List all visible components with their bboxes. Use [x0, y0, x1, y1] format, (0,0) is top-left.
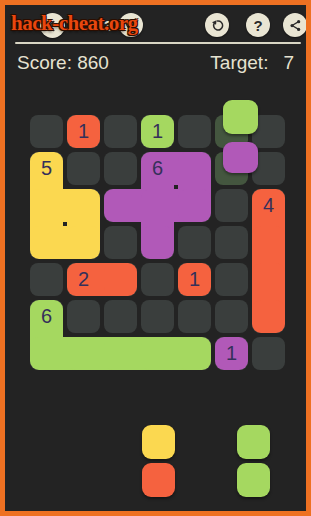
watermark-text: hack-cheat.org: [11, 11, 138, 36]
tray-piece-1-orange-cell[interactable]: [142, 463, 175, 497]
grid-cell[interactable]: [30, 263, 63, 296]
game-board: 115642161: [5, 5, 311, 516]
game-screen: 3 ? hack-cheat.org Score: 860 Target: 7 …: [0, 0, 311, 516]
piece-cell: [141, 226, 174, 259]
piece-number: 5: [30, 152, 63, 185]
grid-cell[interactable]: [67, 300, 100, 333]
piece-number: 2: [67, 263, 100, 296]
grid-cell[interactable]: [178, 300, 211, 333]
tray-piece-2-green-cell[interactable]: [237, 463, 270, 497]
floating-piece-purple-cell[interactable]: [223, 142, 258, 173]
grid-cell[interactable]: [215, 263, 248, 296]
grid-cell[interactable]: [104, 300, 137, 333]
piece-number: 1: [141, 115, 174, 148]
piece-number: 4: [252, 189, 285, 222]
piece-cell: [252, 300, 285, 333]
piece-number: 6: [141, 152, 174, 185]
grid-cell[interactable]: [178, 115, 211, 148]
grid-cell[interactable]: [141, 263, 174, 296]
tray-piece-2-green-cell[interactable]: [237, 425, 270, 459]
piece-cell: [178, 189, 211, 222]
piece-number: 1: [178, 263, 211, 296]
grid-cell[interactable]: [30, 115, 63, 148]
grid-cell[interactable]: [215, 226, 248, 259]
grid-cell[interactable]: [67, 152, 100, 185]
piece-number: 6: [30, 300, 63, 333]
tray-piece-1-yellow-cell[interactable]: [142, 425, 175, 459]
grid-cell[interactable]: [215, 300, 248, 333]
piece-cell: [104, 263, 137, 296]
grid-cell[interactable]: [104, 152, 137, 185]
grid-cell[interactable]: [252, 337, 285, 370]
grid-cell[interactable]: [104, 115, 137, 148]
grid-cell[interactable]: [215, 189, 248, 222]
grid-cell[interactable]: [141, 300, 174, 333]
piece-number: 1: [215, 337, 248, 370]
piece-number: 1: [67, 115, 100, 148]
piece-cell: [67, 226, 100, 259]
grid-cell[interactable]: [178, 226, 211, 259]
floating-piece-green-cell[interactable]: [223, 100, 258, 134]
piece-cell: [178, 337, 211, 370]
grid-cell[interactable]: [104, 226, 137, 259]
